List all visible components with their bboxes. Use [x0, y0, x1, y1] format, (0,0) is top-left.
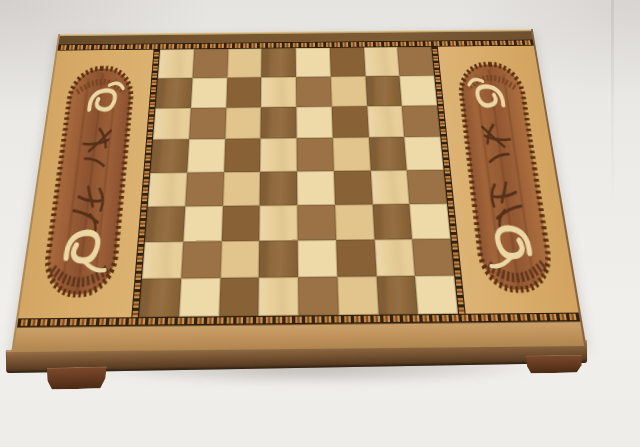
board-square	[259, 240, 298, 277]
board-square	[333, 138, 371, 171]
board-square	[183, 206, 222, 242]
box-foot-right	[526, 355, 582, 374]
board-square	[226, 77, 262, 107]
board-square	[192, 49, 228, 78]
board-square	[397, 47, 434, 76]
board-square	[298, 277, 338, 316]
board-square	[296, 107, 332, 139]
board-square	[297, 171, 335, 205]
board-square	[400, 76, 438, 106]
board-square	[221, 205, 260, 241]
board-square	[155, 78, 192, 108]
board-square	[185, 172, 224, 206]
board-square	[331, 76, 367, 106]
board-square	[297, 138, 334, 171]
board-square	[181, 241, 221, 278]
board-square	[260, 138, 297, 171]
board-square	[330, 47, 366, 76]
board-square	[374, 239, 415, 276]
board-square	[402, 106, 440, 138]
board-square	[370, 170, 409, 204]
board-square	[415, 275, 458, 314]
board-square	[336, 239, 376, 276]
board-square	[187, 139, 225, 172]
board-square	[363, 47, 399, 76]
board-square	[372, 204, 412, 240]
board-square	[145, 206, 185, 242]
photo-background	[0, 0, 640, 447]
box-foot-left	[47, 366, 108, 389]
board-square	[158, 49, 194, 78]
board-square	[259, 205, 297, 241]
board-square	[227, 48, 262, 77]
board-square	[189, 108, 226, 140]
board-square	[261, 48, 296, 77]
left-inlay-panel	[30, 59, 144, 305]
board-square	[298, 240, 337, 277]
board-square	[259, 277, 299, 316]
board-square	[139, 278, 181, 317]
board-square	[367, 106, 405, 138]
board-square	[260, 171, 297, 205]
board-square	[142, 241, 183, 278]
chessboard-box-lid	[11, 29, 586, 352]
board-square	[404, 137, 443, 170]
board-square	[261, 107, 297, 139]
board-square	[296, 77, 332, 107]
board-square	[412, 239, 454, 276]
right-inlay-panel	[447, 55, 567, 300]
board-square	[153, 108, 191, 140]
board-square	[332, 106, 369, 138]
background-crease-shadow	[611, 0, 614, 210]
board-square	[335, 204, 374, 240]
board-square	[219, 277, 259, 316]
board-square	[334, 170, 373, 204]
board-square	[410, 203, 451, 239]
board-square	[296, 48, 331, 77]
board-square	[261, 77, 296, 107]
chessboard-grid	[139, 47, 458, 317]
board-square	[179, 278, 220, 317]
board-square	[365, 76, 402, 106]
board-square	[191, 78, 227, 108]
board-main-field	[18, 46, 578, 319]
left-side-field	[18, 50, 153, 319]
board-square	[368, 137, 406, 170]
board-square	[297, 204, 336, 240]
board-square	[222, 171, 260, 205]
board-square	[376, 276, 418, 315]
board-square	[407, 169, 447, 203]
board-square	[225, 108, 261, 140]
board-square	[224, 139, 261, 172]
board-square	[148, 172, 187, 206]
board-square	[150, 140, 189, 173]
board-square	[337, 276, 378, 315]
board-square	[220, 241, 259, 278]
